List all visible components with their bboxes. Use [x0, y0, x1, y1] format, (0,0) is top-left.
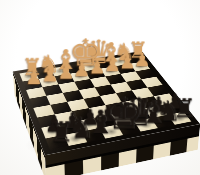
white-pawn-glyph: ♟ — [58, 62, 74, 81]
black-rook-glyph: ♜ — [49, 119, 68, 146]
chess-board-box: ♜♞♝♚♛♝♞♜♟♟♟♟♟♟♟♟♟♟♟♟♟♟♟♟♜♞♝♚♛♝♞♜ — [13, 51, 200, 155]
white-pawn-glyph: ♟ — [89, 57, 105, 76]
white-pawn-glyph: ♟ — [25, 67, 42, 87]
white-pawn-glyph: ♟ — [42, 65, 58, 84]
white-pawn-glyph: ♟ — [104, 55, 120, 74]
scene: ♜♞♝♚♛♝♞♜♟♟♟♟♟♟♟♟♟♟♟♟♟♟♟♟♜♞♝♚♛♝♞♜ — [0, 0, 200, 175]
white-pawn-glyph: ♟ — [73, 60, 89, 79]
white-pawn-glyph: ♟ — [119, 53, 135, 72]
photo-stage: ♜♞♝♚♛♝♞♜♟♟♟♟♟♟♟♟♟♟♟♟♟♟♟♟♜♞♝♚♛♝♞♜ — [0, 0, 200, 175]
white-pawn[interactable]: ♟ — [23, 79, 43, 90]
white-pawn-glyph: ♟ — [134, 50, 150, 69]
